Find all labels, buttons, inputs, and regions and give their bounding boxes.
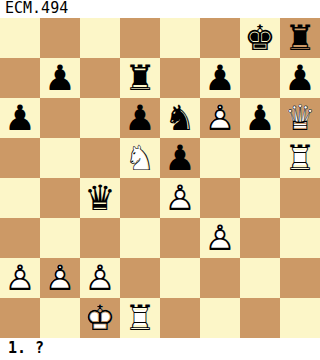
square-g8[interactable]: ♚	[240, 18, 280, 58]
white-pawn: ♟	[80, 258, 120, 298]
black-rook: ♜	[280, 18, 320, 58]
white-rook: ♜	[280, 138, 320, 178]
square-a8[interactable]	[0, 18, 40, 58]
square-b4[interactable]	[40, 178, 80, 218]
black-pawn: ♟	[120, 98, 160, 138]
black-pawn: ♟	[280, 58, 320, 98]
square-b3[interactable]	[40, 218, 80, 258]
square-f5[interactable]	[200, 138, 240, 178]
square-f6[interactable]: ♟♙	[200, 98, 240, 138]
square-g3[interactable]	[240, 218, 280, 258]
white-pawn-outline: ♙	[200, 218, 240, 258]
black-king: ♚	[240, 18, 280, 58]
white-pawn-outline: ♙	[40, 258, 80, 298]
square-c5[interactable]	[80, 138, 120, 178]
white-pawn: ♟	[200, 98, 240, 138]
square-d2[interactable]	[120, 258, 160, 298]
square-f7[interactable]: ♟	[200, 58, 240, 98]
square-d7[interactable]: ♜	[120, 58, 160, 98]
square-h5[interactable]: ♜♖	[280, 138, 320, 178]
black-pawn: ♟	[40, 58, 80, 98]
square-d5[interactable]: ♞♘	[120, 138, 160, 178]
white-pawn-outline: ♙	[0, 258, 40, 298]
white-pawn-outline: ♙	[200, 98, 240, 138]
square-b8[interactable]	[40, 18, 80, 58]
square-h3[interactable]	[280, 218, 320, 258]
white-king-outline: ♔	[80, 298, 120, 338]
square-e8[interactable]	[160, 18, 200, 58]
chess-board: ♚♜♟♜♟♟♟♟♞♟♙♟♛♕♞♘♟♜♖♛♟♙♟♙♟♙♟♙♟♙♚♔♜♖	[0, 18, 320, 338]
black-knight: ♞	[160, 98, 200, 138]
square-a3[interactable]	[0, 218, 40, 258]
white-rook-outline: ♖	[120, 298, 160, 338]
white-queen: ♛	[280, 98, 320, 138]
square-g6[interactable]: ♟	[240, 98, 280, 138]
square-b7[interactable]: ♟	[40, 58, 80, 98]
square-a1[interactable]	[0, 298, 40, 338]
square-f4[interactable]	[200, 178, 240, 218]
square-d8[interactable]	[120, 18, 160, 58]
square-f2[interactable]	[200, 258, 240, 298]
square-e6[interactable]: ♞	[160, 98, 200, 138]
square-c7[interactable]	[80, 58, 120, 98]
square-b6[interactable]	[40, 98, 80, 138]
square-b5[interactable]	[40, 138, 80, 178]
white-pawn-outline: ♙	[80, 258, 120, 298]
square-e4[interactable]: ♟♙	[160, 178, 200, 218]
white-rook: ♜	[120, 298, 160, 338]
square-a5[interactable]	[0, 138, 40, 178]
move-prompt: 1. ?	[0, 338, 320, 360]
black-pawn: ♟	[240, 98, 280, 138]
white-knight-outline: ♘	[120, 138, 160, 178]
white-pawn: ♟	[0, 258, 40, 298]
square-g1[interactable]	[240, 298, 280, 338]
square-e3[interactable]	[160, 218, 200, 258]
black-queen: ♛	[80, 178, 120, 218]
black-rook: ♜	[120, 58, 160, 98]
white-rook-outline: ♖	[280, 138, 320, 178]
square-h1[interactable]	[280, 298, 320, 338]
square-g7[interactable]	[240, 58, 280, 98]
square-d3[interactable]	[120, 218, 160, 258]
square-b2[interactable]: ♟♙	[40, 258, 80, 298]
square-c8[interactable]	[80, 18, 120, 58]
square-a2[interactable]: ♟♙	[0, 258, 40, 298]
square-e5[interactable]: ♟	[160, 138, 200, 178]
black-pawn: ♟	[160, 138, 200, 178]
square-c1[interactable]: ♚♔	[80, 298, 120, 338]
square-f8[interactable]	[200, 18, 240, 58]
square-c3[interactable]	[80, 218, 120, 258]
white-pawn: ♟	[160, 178, 200, 218]
square-d1[interactable]: ♜♖	[120, 298, 160, 338]
square-d6[interactable]: ♟	[120, 98, 160, 138]
square-g5[interactable]	[240, 138, 280, 178]
square-h7[interactable]: ♟	[280, 58, 320, 98]
square-a7[interactable]	[0, 58, 40, 98]
square-e7[interactable]	[160, 58, 200, 98]
square-b1[interactable]	[40, 298, 80, 338]
chess-puzzle-app: ECM.494 ♚♜♟♜♟♟♟♟♞♟♙♟♛♕♞♘♟♜♖♛♟♙♟♙♟♙♟♙♟♙♚♔…	[0, 0, 320, 360]
white-knight: ♞	[120, 138, 160, 178]
square-g2[interactable]	[240, 258, 280, 298]
white-pawn: ♟	[40, 258, 80, 298]
square-a4[interactable]	[0, 178, 40, 218]
square-f1[interactable]	[200, 298, 240, 338]
square-c2[interactable]: ♟♙	[80, 258, 120, 298]
square-a6[interactable]: ♟	[0, 98, 40, 138]
square-h2[interactable]	[280, 258, 320, 298]
black-pawn: ♟	[200, 58, 240, 98]
puzzle-title: ECM.494	[0, 0, 320, 18]
white-king: ♚	[80, 298, 120, 338]
white-queen-outline: ♕	[280, 98, 320, 138]
white-pawn-outline: ♙	[160, 178, 200, 218]
square-c4[interactable]: ♛	[80, 178, 120, 218]
square-e1[interactable]	[160, 298, 200, 338]
square-h8[interactable]: ♜	[280, 18, 320, 58]
black-pawn: ♟	[0, 98, 40, 138]
white-pawn: ♟	[200, 218, 240, 258]
square-h4[interactable]	[280, 178, 320, 218]
square-d4[interactable]	[120, 178, 160, 218]
square-h6[interactable]: ♛♕	[280, 98, 320, 138]
square-f3[interactable]: ♟♙	[200, 218, 240, 258]
square-g4[interactable]	[240, 178, 280, 218]
square-e2[interactable]	[160, 258, 200, 298]
square-c6[interactable]	[80, 98, 120, 138]
